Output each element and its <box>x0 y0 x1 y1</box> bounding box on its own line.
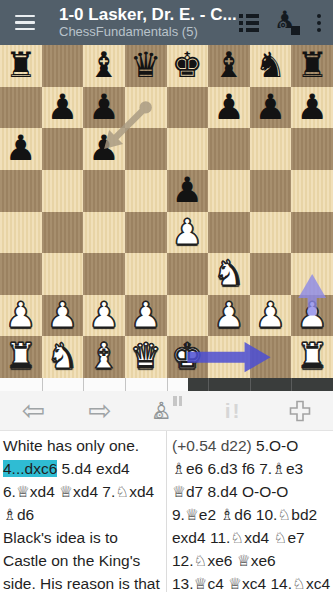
square-h6[interactable] <box>291 128 333 170</box>
square-e5[interactable]: ♟ <box>167 170 209 212</box>
square-h3[interactable] <box>291 253 333 295</box>
square-d6[interactable] <box>125 128 167 170</box>
square-a6[interactable]: ♟ <box>0 128 42 170</box>
square-d7[interactable] <box>125 87 167 129</box>
square-h5[interactable] <box>291 170 333 212</box>
square-g2[interactable]: ♟ <box>250 295 292 337</box>
square-e7[interactable] <box>167 87 209 129</box>
eval-bar-segment-divider <box>291 378 292 391</box>
square-b8[interactable] <box>42 45 84 87</box>
eval-bar-segment-divider <box>83 378 84 391</box>
square-g1[interactable] <box>250 336 292 378</box>
piece-bP: ♟ <box>172 170 203 212</box>
square-a1[interactable]: ♜ <box>0 336 42 378</box>
piece-bB: ♝ <box>88 45 119 87</box>
piece-bP: ♟ <box>296 87 327 129</box>
square-f8[interactable]: ♝ <box>208 45 250 87</box>
square-c8[interactable]: ♝ <box>83 45 125 87</box>
eval-bar-segment-divider <box>125 378 126 391</box>
chess-app-screen: 1-0 Lasker, Dr. E. - C... ChessFundament… <box>0 0 333 592</box>
next-move-button[interactable]: ⇨ <box>78 394 122 428</box>
square-g3[interactable] <box>250 253 292 295</box>
square-b6[interactable] <box>42 128 84 170</box>
square-c2[interactable]: ♟ <box>83 295 125 337</box>
square-h4[interactable] <box>291 212 333 254</box>
square-e6[interactable] <box>167 128 209 170</box>
engine-eval: (+0.54 d22) <box>172 437 252 454</box>
square-c4[interactable] <box>83 212 125 254</box>
eval-bar-white-portion <box>0 378 188 391</box>
database-subtitle: ChessFundamentals (5) <box>59 25 239 40</box>
square-d5[interactable] <box>125 170 167 212</box>
square-c5[interactable] <box>83 170 125 212</box>
piece-wP: ♟ <box>255 295 286 337</box>
engine-pause-icon: ♙ ⚙ <box>150 396 182 426</box>
eval-bar <box>0 378 333 391</box>
current-move[interactable]: 4...dxc6 <box>3 460 57 477</box>
square-d2[interactable]: ♟ <box>125 295 167 337</box>
game-list-icon[interactable] <box>239 14 259 32</box>
square-h2[interactable]: ♟ <box>291 295 333 337</box>
piece-wP: ♟ <box>88 295 119 337</box>
piece-bP: ♟ <box>255 87 286 129</box>
square-f6[interactable] <box>208 128 250 170</box>
square-e1[interactable]: ♚ <box>167 336 209 378</box>
piece-bP: ♟ <box>5 128 36 170</box>
eval-bar-segment-divider <box>42 378 43 391</box>
engine-toggle-button[interactable]: ♙ ⚙ <box>144 394 188 428</box>
piece-wB: ♝ <box>88 336 119 378</box>
piece-wK: ♚ <box>172 336 203 378</box>
piece-bR: ♜ <box>5 45 36 87</box>
square-g4[interactable] <box>250 212 292 254</box>
piece-bP: ♟ <box>88 87 119 129</box>
square-c7[interactable]: ♟ <box>83 87 125 129</box>
square-e8[interactable]: ♚ <box>167 45 209 87</box>
comment-text: Black's idea is to Castle on the King's … <box>3 526 162 592</box>
square-a2[interactable]: ♟ <box>0 295 42 337</box>
piece-wR: ♜ <box>296 336 327 378</box>
piece-bP: ♟ <box>47 87 78 129</box>
game-notation-column: White has only one. 4...dxc6 5.d4 exd4 6… <box>0 431 166 592</box>
piece-wP: ♟ <box>296 295 327 337</box>
add-move-button[interactable] <box>278 394 322 428</box>
piece-wP: ♟ <box>172 212 203 254</box>
square-a5[interactable] <box>0 170 42 212</box>
piece-wN: ♞ <box>213 253 244 295</box>
square-e3[interactable] <box>167 253 209 295</box>
square-g6[interactable] <box>250 128 292 170</box>
square-d8[interactable]: ♛ <box>125 45 167 87</box>
square-f1[interactable] <box>208 336 250 378</box>
piece-bB: ♝ <box>213 45 244 87</box>
overflow-menu-icon[interactable] <box>315 12 323 34</box>
square-b4[interactable] <box>42 212 84 254</box>
chess-board: ♜♝♛♚♝♞♜♟♟♟♟♟♟♟♟♟♞♟♟♟♟♟♟♟♜♞♝♛♚♜ <box>0 45 333 378</box>
square-b1[interactable]: ♞ <box>42 336 84 378</box>
piece-wP: ♟ <box>47 295 78 337</box>
move-list: 4...dxc6 5.d4 exd4 6.♕xd4 ♕xd4 7.♘xd4 ♗d… <box>3 457 162 526</box>
square-a8[interactable]: ♜ <box>0 45 42 87</box>
square-c1[interactable]: ♝ <box>83 336 125 378</box>
square-g7[interactable]: ♟ <box>250 87 292 129</box>
square-b5[interactable] <box>42 170 84 212</box>
game-title: 1-0 Lasker, Dr. E. - C... <box>59 5 239 25</box>
piece-bR: ♜ <box>296 45 327 87</box>
eval-bar-segment-divider <box>250 378 251 391</box>
menu-icon[interactable] <box>15 15 35 31</box>
piece-bN: ♞ <box>255 45 286 87</box>
move-toolbar: ⇦ ⇨ ♙ ⚙ i! <box>0 391 333 431</box>
square-a4[interactable] <box>0 212 42 254</box>
piece-wN: ♞ <box>47 336 78 378</box>
square-g5[interactable] <box>250 170 292 212</box>
piece-wP: ♟ <box>213 295 244 337</box>
square-h1[interactable]: ♜ <box>291 336 333 378</box>
square-c6[interactable]: ♟ <box>83 128 125 170</box>
engine-line: (+0.54 d22) 5.O-O ♗e6 6.d3 f6 7.♗e3 ♕d7 … <box>172 434 331 592</box>
app-bar: 1-0 Lasker, Dr. E. - C... ChessFundament… <box>0 0 333 45</box>
square-f2[interactable]: ♟ <box>208 295 250 337</box>
square-c3[interactable] <box>83 253 125 295</box>
app-bar-titles: 1-0 Lasker, Dr. E. - C... ChessFundament… <box>59 5 239 39</box>
annotate-button[interactable]: i! <box>211 394 255 428</box>
square-f4[interactable] <box>208 212 250 254</box>
piece-bP: ♟ <box>213 87 244 129</box>
square-e2[interactable] <box>167 295 209 337</box>
square-f3[interactable]: ♞ <box>208 253 250 295</box>
previous-move-button[interactable]: ⇦ <box>11 394 55 428</box>
square-a3[interactable] <box>0 253 42 295</box>
piece-bK: ♚ <box>172 45 203 87</box>
piece-wQ: ♛ <box>130 336 161 378</box>
forward-arrow-icon: ⇨ <box>88 396 111 426</box>
square-d3[interactable] <box>125 253 167 295</box>
eval-bar-segment-divider <box>208 378 209 391</box>
annotation-icon: i! <box>225 399 242 423</box>
square-g8[interactable]: ♞ <box>250 45 292 87</box>
comment-text: White has only one. <box>3 434 162 457</box>
square-b3[interactable] <box>42 253 84 295</box>
square-d4[interactable] <box>125 212 167 254</box>
piece-bP: ♟ <box>88 128 119 170</box>
square-h8[interactable]: ♜ <box>291 45 333 87</box>
eval-bar-segment-divider <box>167 378 168 391</box>
notation-panel: White has only one. 4...dxc6 5.d4 exd4 6… <box>0 431 333 592</box>
square-a7[interactable] <box>0 87 42 129</box>
piece-wP: ♟ <box>5 295 36 337</box>
square-e4[interactable]: ♟ <box>167 212 209 254</box>
square-b7[interactable]: ♟ <box>42 87 84 129</box>
back-arrow-icon: ⇦ <box>22 396 45 426</box>
piece-wP: ♟ <box>130 295 161 337</box>
square-h7[interactable]: ♟ <box>291 87 333 129</box>
engine-moves[interactable]: 5.O-O ♗e6 6.d3 f6 7.♗e3 ♕d7 8.d4 O-O-O 9… <box>172 437 330 592</box>
square-f5[interactable] <box>208 170 250 212</box>
board-setup-icon[interactable]: ♟ ⚙ <box>274 10 300 36</box>
piece-wR: ♜ <box>5 336 36 378</box>
square-f7[interactable]: ♟ <box>208 87 250 129</box>
square-b2[interactable]: ♟ <box>42 295 84 337</box>
piece-bQ: ♛ <box>130 45 161 87</box>
square-d1[interactable]: ♛ <box>125 336 167 378</box>
plus-icon <box>287 398 313 424</box>
engine-analysis-column: (+0.54 d22) 5.O-O ♗e6 6.d3 f6 7.♗e3 ♕d7 … <box>166 431 333 592</box>
